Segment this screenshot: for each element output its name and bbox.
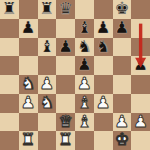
square-h2[interactable]: ♟	[131, 113, 150, 132]
square-a3[interactable]	[0, 94, 19, 113]
square-d6[interactable]: ♟	[56, 38, 75, 57]
piece-white-pawn[interactable]: ♟	[21, 93, 36, 112]
square-h8[interactable]	[131, 0, 150, 19]
square-c2[interactable]	[38, 113, 57, 132]
square-h7[interactable]	[131, 19, 150, 38]
square-f5[interactable]	[94, 56, 113, 75]
square-a8[interactable]: ♜	[0, 0, 19, 19]
square-b2[interactable]	[19, 113, 38, 132]
piece-white-pawn[interactable]: ♟	[114, 112, 129, 131]
square-f4[interactable]	[94, 75, 113, 94]
square-a7[interactable]	[0, 19, 19, 38]
square-a6[interactable]	[0, 38, 19, 57]
piece-white-king[interactable]: ♚	[114, 131, 129, 150]
square-f6[interactable]: ♞	[94, 38, 113, 57]
piece-black-pawn[interactable]: ♟	[58, 37, 73, 56]
square-g8[interactable]: ♚	[113, 0, 132, 19]
square-f1[interactable]	[94, 131, 113, 150]
square-c3[interactable]: ♞	[38, 94, 57, 113]
square-b4[interactable]: ♞	[19, 75, 38, 94]
square-d2[interactable]: ♛	[56, 113, 75, 132]
square-e6[interactable]: ♞	[75, 38, 94, 57]
square-e2[interactable]: ♝	[75, 113, 94, 132]
square-d1[interactable]: ♜	[56, 131, 75, 150]
square-d3[interactable]	[56, 94, 75, 113]
piece-black-pawn[interactable]: ♟	[77, 56, 92, 75]
square-b1[interactable]: ♜	[19, 131, 38, 150]
piece-black-pawn[interactable]: ♟	[21, 18, 36, 37]
square-h6[interactable]	[131, 38, 150, 57]
square-d5[interactable]	[56, 56, 75, 75]
square-c5[interactable]	[38, 56, 57, 75]
square-a1[interactable]	[0, 131, 19, 150]
square-f2[interactable]	[94, 113, 113, 132]
piece-white-rook[interactable]: ♜	[58, 131, 73, 150]
square-d4[interactable]	[56, 75, 75, 94]
square-a2[interactable]	[0, 113, 19, 132]
square-d7[interactable]	[56, 19, 75, 38]
square-h5[interactable]: ♟	[131, 56, 150, 75]
piece-white-bishop[interactable]: ♝	[77, 112, 92, 131]
square-g1[interactable]: ♚	[113, 131, 132, 150]
square-h4[interactable]	[131, 75, 150, 94]
square-a4[interactable]	[0, 75, 19, 94]
piece-white-knight[interactable]: ♞	[39, 93, 54, 112]
square-c8[interactable]: ♜	[38, 0, 57, 19]
square-e5[interactable]: ♟	[75, 56, 94, 75]
piece-white-pawn[interactable]: ♟	[77, 75, 92, 94]
piece-black-rook[interactable]: ♜	[39, 0, 54, 18]
square-e3[interactable]: ♝	[75, 94, 94, 113]
piece-black-queen[interactable]: ♛	[58, 0, 73, 18]
piece-black-king[interactable]: ♚	[114, 0, 129, 18]
square-g3[interactable]	[113, 94, 132, 113]
piece-white-pawn[interactable]: ♟	[96, 93, 111, 112]
piece-white-knight[interactable]: ♞	[21, 75, 36, 94]
square-f8[interactable]	[94, 0, 113, 19]
piece-white-pawn[interactable]: ♟	[39, 75, 54, 94]
piece-black-pawn[interactable]: ♟	[96, 18, 111, 37]
square-c7[interactable]	[38, 19, 57, 38]
piece-white-bishop[interactable]: ♝	[77, 93, 92, 112]
square-e7[interactable]: ♝	[75, 19, 94, 38]
square-b5[interactable]	[19, 56, 38, 75]
square-h3[interactable]	[131, 94, 150, 113]
piece-black-pawn[interactable]: ♟	[133, 56, 148, 75]
square-b7[interactable]: ♟	[19, 19, 38, 38]
square-c1[interactable]	[38, 131, 57, 150]
piece-black-pawn[interactable]: ♟	[114, 18, 129, 37]
piece-black-rook[interactable]: ♜	[2, 0, 17, 18]
square-g2[interactable]: ♟	[113, 113, 132, 132]
square-g6[interactable]	[113, 38, 132, 57]
piece-black-knight[interactable]: ♞	[77, 37, 92, 56]
piece-black-bishop[interactable]: ♝	[77, 18, 92, 37]
chess-app: ♜♜♛♚♟♝♟♟♝♟♞♞♟♟♞♟♟♟♞♝♟♛♝♟♟♜♜♚	[0, 0, 150, 150]
square-b6[interactable]	[19, 38, 38, 57]
piece-white-rook[interactable]: ♜	[21, 131, 36, 150]
piece-white-pawn[interactable]: ♟	[133, 112, 148, 131]
square-g7[interactable]: ♟	[113, 19, 132, 38]
piece-black-bishop[interactable]: ♝	[39, 37, 54, 56]
square-e8[interactable]	[75, 0, 94, 19]
square-f7[interactable]: ♟	[94, 19, 113, 38]
square-g4[interactable]	[113, 75, 132, 94]
square-b8[interactable]	[19, 0, 38, 19]
piece-black-knight[interactable]: ♞	[96, 37, 111, 56]
square-f3[interactable]: ♟	[94, 94, 113, 113]
square-a5[interactable]	[0, 56, 19, 75]
square-b3[interactable]: ♟	[19, 94, 38, 113]
chess-board[interactable]: ♜♜♛♚♟♝♟♟♝♟♞♞♟♟♞♟♟♟♞♝♟♛♝♟♟♜♜♚	[0, 0, 150, 150]
square-c4[interactable]: ♟	[38, 75, 57, 94]
piece-white-queen[interactable]: ♛	[58, 112, 73, 131]
square-e1[interactable]	[75, 131, 94, 150]
square-c6[interactable]: ♝	[38, 38, 57, 57]
square-e4[interactable]: ♟	[75, 75, 94, 94]
square-d8[interactable]: ♛	[56, 0, 75, 19]
square-g5[interactable]	[113, 56, 132, 75]
square-h1[interactable]	[131, 131, 150, 150]
